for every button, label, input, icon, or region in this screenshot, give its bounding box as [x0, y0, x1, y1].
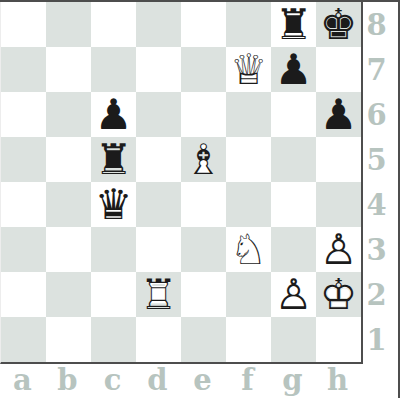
- white-rook: ♜♖: [136, 272, 181, 317]
- square-b4: [46, 182, 91, 227]
- black-pawn: ♟: [271, 47, 316, 92]
- square-h4: [316, 182, 361, 227]
- square-a2: [1, 272, 46, 317]
- black-queen: ♛: [91, 182, 136, 227]
- square-d4: [136, 182, 181, 227]
- square-a7: [1, 47, 46, 92]
- square-b1: [46, 317, 91, 362]
- rank-label-8: 8: [363, 2, 398, 47]
- file-label-f: f: [225, 364, 270, 398]
- white-knight: ♞♘: [226, 227, 271, 272]
- square-f4: [226, 182, 271, 227]
- square-h5: [316, 137, 361, 182]
- square-c3: [91, 227, 136, 272]
- white-pawn: ♟♙: [316, 227, 361, 272]
- file-label-h: h: [315, 364, 360, 398]
- rank-coordinates: 87654321: [363, 2, 398, 362]
- square-g2: ♟♙: [271, 272, 316, 317]
- square-f3: ♞♘: [226, 227, 271, 272]
- square-a1: [1, 317, 46, 362]
- square-d5: [136, 137, 181, 182]
- square-d7: [136, 47, 181, 92]
- rank-label-4: 4: [363, 182, 398, 227]
- black-king: ♚: [316, 2, 361, 47]
- square-f7: ♛♕: [226, 47, 271, 92]
- rank-label-1: 1: [363, 317, 398, 362]
- square-b6: [46, 92, 91, 137]
- rank-label-6: 6: [363, 92, 398, 137]
- square-h2: ♚♔: [316, 272, 361, 317]
- square-f5: [226, 137, 271, 182]
- square-g3: [271, 227, 316, 272]
- square-g4: [271, 182, 316, 227]
- square-d1: [136, 317, 181, 362]
- square-e3: [181, 227, 226, 272]
- square-c4: ♛: [91, 182, 136, 227]
- file-label-c: c: [90, 364, 135, 398]
- square-a5: [1, 137, 46, 182]
- square-a8: [1, 2, 46, 47]
- rank-label-5: 5: [363, 137, 398, 182]
- square-b2: [46, 272, 91, 317]
- square-h3: ♟♙: [316, 227, 361, 272]
- square-e1: [181, 317, 226, 362]
- square-e8: [181, 2, 226, 47]
- square-c6: ♟: [91, 92, 136, 137]
- square-c8: [91, 2, 136, 47]
- black-rook: ♜: [271, 2, 316, 47]
- white-queen: ♛♕: [226, 47, 271, 92]
- file-coordinates: abcdefgh: [0, 364, 360, 398]
- square-g1: [271, 317, 316, 362]
- square-f6: [226, 92, 271, 137]
- square-b3: [46, 227, 91, 272]
- square-g7: ♟: [271, 47, 316, 92]
- square-c2: [91, 272, 136, 317]
- white-pawn: ♟♙: [271, 272, 316, 317]
- square-b5: [46, 137, 91, 182]
- square-c5: ♜: [91, 137, 136, 182]
- square-d6: [136, 92, 181, 137]
- black-pawn: ♟: [316, 92, 361, 137]
- square-f8: [226, 2, 271, 47]
- square-f1: [226, 317, 271, 362]
- file-label-d: d: [135, 364, 180, 398]
- square-b7: [46, 47, 91, 92]
- white-king: ♚♔: [316, 272, 361, 317]
- rank-label-3: 3: [363, 227, 398, 272]
- square-a4: [1, 182, 46, 227]
- file-label-b: b: [45, 364, 90, 398]
- square-e7: [181, 47, 226, 92]
- square-a6: [1, 92, 46, 137]
- square-h1: [316, 317, 361, 362]
- black-pawn: ♟: [91, 92, 136, 137]
- white-bishop: ♝♗: [181, 137, 226, 182]
- square-h7: [316, 47, 361, 92]
- rank-label-7: 7: [363, 47, 398, 92]
- square-e6: [181, 92, 226, 137]
- square-c1: [91, 317, 136, 362]
- square-e4: [181, 182, 226, 227]
- square-e5: ♝♗: [181, 137, 226, 182]
- file-label-g: g: [270, 364, 315, 398]
- square-b8: [46, 2, 91, 47]
- square-d8: [136, 2, 181, 47]
- black-rook: ♜: [91, 137, 136, 182]
- chess-diagram: ♜♚♛♕♟♟♟♜♝♗♛♞♘♟♙♜♖♟♙♚♔ 87654321 abcdefgh: [0, 0, 400, 398]
- square-h6: ♟: [316, 92, 361, 137]
- square-g6: [271, 92, 316, 137]
- square-g8: ♜: [271, 2, 316, 47]
- square-c7: [91, 47, 136, 92]
- square-e2: [181, 272, 226, 317]
- file-label-e: e: [180, 364, 225, 398]
- square-d3: [136, 227, 181, 272]
- square-d2: ♜♖: [136, 272, 181, 317]
- board: ♜♚♛♕♟♟♟♜♝♗♛♞♘♟♙♜♖♟♙♚♔: [0, 2, 363, 364]
- square-f2: [226, 272, 271, 317]
- rank-label-2: 2: [363, 272, 398, 317]
- square-h8: ♚: [316, 2, 361, 47]
- file-label-a: a: [0, 364, 45, 398]
- square-g5: [271, 137, 316, 182]
- square-a3: [1, 227, 46, 272]
